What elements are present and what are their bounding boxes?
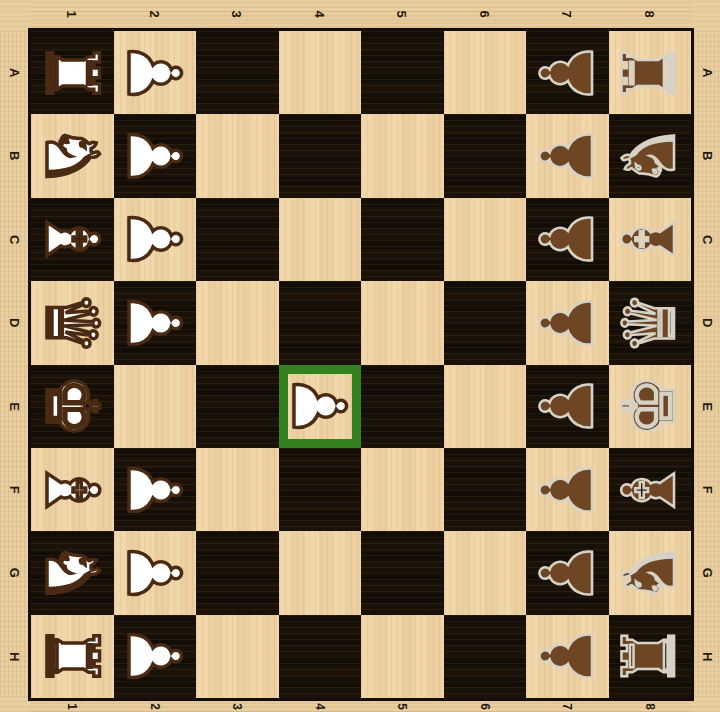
piece-black-bishop-f8[interactable]: ♝ xyxy=(614,457,686,522)
piece-white-knight-g1[interactable]: ♞ xyxy=(36,541,108,606)
piece-white-bishop-c1[interactable]: ♝ xyxy=(36,207,108,272)
piece-black-pawn-d7[interactable]: ♟ xyxy=(531,291,603,356)
square-f2[interactable]: ♟ xyxy=(114,448,197,531)
square-e6[interactable] xyxy=(444,365,527,448)
square-c1[interactable]: ♝ xyxy=(31,198,114,281)
square-e5[interactable] xyxy=(361,365,444,448)
square-e8[interactable]: ♚ xyxy=(609,365,692,448)
square-h3[interactable] xyxy=(196,615,279,698)
piece-white-pawn-e4[interactable]: ♟ xyxy=(284,374,356,439)
chess-app-window: 12345678 12345678 ABCDEFGH ABCDEFGH ♜♟♟♜… xyxy=(0,0,720,712)
piece-white-pawn-f2[interactable]: ♟ xyxy=(119,457,191,522)
piece-white-pawn-g2[interactable]: ♟ xyxy=(119,541,191,606)
square-g4[interactable] xyxy=(279,531,362,614)
square-b4[interactable] xyxy=(279,114,362,197)
square-e7[interactable]: ♟ xyxy=(526,365,609,448)
piece-white-knight-b1[interactable]: ♞ xyxy=(36,124,108,189)
square-f8[interactable]: ♝ xyxy=(609,448,692,531)
piece-black-pawn-c7[interactable]: ♟ xyxy=(531,207,603,272)
chess-board[interactable]: ♜♟♟♜♞♟♟♞♝♟♟♝♛♟♟♛♚♟♟♚♝♟♟♝♞♟♟♞♜♟♟♜ xyxy=(28,28,694,701)
square-d3[interactable] xyxy=(196,281,279,364)
square-g6[interactable] xyxy=(444,531,527,614)
coordinate-strip-top: 12345678 xyxy=(31,0,691,28)
square-b6[interactable] xyxy=(444,114,527,197)
square-e2[interactable] xyxy=(114,365,197,448)
square-h5[interactable] xyxy=(361,615,444,698)
piece-black-queen-d8[interactable]: ♛ xyxy=(614,291,686,356)
square-d6[interactable] xyxy=(444,281,527,364)
square-a2[interactable]: ♟ xyxy=(114,31,197,114)
square-h4[interactable] xyxy=(279,615,362,698)
square-f4[interactable] xyxy=(279,448,362,531)
square-g3[interactable] xyxy=(196,531,279,614)
coordinate-strip-right: ABCDEFGH xyxy=(694,31,720,698)
square-e4[interactable]: ♟ xyxy=(279,365,362,448)
piece-black-rook-h8[interactable]: ♜ xyxy=(614,624,686,689)
piece-white-pawn-b2[interactable]: ♟ xyxy=(119,124,191,189)
square-a8[interactable]: ♜ xyxy=(609,31,692,114)
square-b8[interactable]: ♞ xyxy=(609,114,692,197)
square-a4[interactable] xyxy=(279,31,362,114)
piece-black-king-e8[interactable]: ♚ xyxy=(614,374,686,439)
piece-black-knight-g8[interactable]: ♞ xyxy=(614,541,686,606)
square-b1[interactable]: ♞ xyxy=(31,114,114,197)
square-a1[interactable]: ♜ xyxy=(31,31,114,114)
square-e3[interactable] xyxy=(196,365,279,448)
square-e1[interactable]: ♚ xyxy=(31,365,114,448)
piece-white-queen-d1[interactable]: ♛ xyxy=(36,291,108,356)
coordinate-strip-left: ABCDEFGH xyxy=(0,31,28,698)
piece-black-pawn-f7[interactable]: ♟ xyxy=(531,457,603,522)
square-d1[interactable]: ♛ xyxy=(31,281,114,364)
coordinate-strip-bottom: 12345678 xyxy=(31,701,691,712)
square-a5[interactable] xyxy=(361,31,444,114)
square-d7[interactable]: ♟ xyxy=(526,281,609,364)
square-g7[interactable]: ♟ xyxy=(526,531,609,614)
square-c3[interactable] xyxy=(196,198,279,281)
square-d8[interactable]: ♛ xyxy=(609,281,692,364)
square-d5[interactable] xyxy=(361,281,444,364)
square-c7[interactable]: ♟ xyxy=(526,198,609,281)
square-h7[interactable]: ♟ xyxy=(526,615,609,698)
piece-white-rook-h1[interactable]: ♜ xyxy=(36,624,108,689)
piece-white-pawn-c2[interactable]: ♟ xyxy=(119,207,191,272)
piece-white-pawn-h2[interactable]: ♟ xyxy=(119,624,191,689)
square-d4[interactable] xyxy=(279,281,362,364)
piece-black-bishop-c8[interactable]: ♝ xyxy=(614,207,686,272)
square-f5[interactable] xyxy=(361,448,444,531)
piece-black-pawn-h7[interactable]: ♟ xyxy=(531,624,603,689)
square-c6[interactable] xyxy=(444,198,527,281)
square-b3[interactable] xyxy=(196,114,279,197)
square-h8[interactable]: ♜ xyxy=(609,615,692,698)
square-g1[interactable]: ♞ xyxy=(31,531,114,614)
piece-black-knight-b8[interactable]: ♞ xyxy=(614,124,686,189)
square-a7[interactable]: ♟ xyxy=(526,31,609,114)
square-g2[interactable]: ♟ xyxy=(114,531,197,614)
square-a6[interactable] xyxy=(444,31,527,114)
square-h1[interactable]: ♜ xyxy=(31,615,114,698)
piece-black-pawn-g7[interactable]: ♟ xyxy=(531,541,603,606)
square-c4[interactable] xyxy=(279,198,362,281)
piece-white-pawn-d2[interactable]: ♟ xyxy=(119,291,191,356)
piece-white-bishop-f1[interactable]: ♝ xyxy=(36,457,108,522)
piece-white-pawn-a2[interactable]: ♟ xyxy=(119,40,191,105)
square-c8[interactable]: ♝ xyxy=(609,198,692,281)
square-h6[interactable] xyxy=(444,615,527,698)
piece-black-pawn-a7[interactable]: ♟ xyxy=(531,40,603,105)
square-g8[interactable]: ♞ xyxy=(609,531,692,614)
square-d2[interactable]: ♟ xyxy=(114,281,197,364)
piece-black-pawn-b7[interactable]: ♟ xyxy=(531,124,603,189)
piece-white-king-e1[interactable]: ♚ xyxy=(36,374,108,439)
square-f7[interactable]: ♟ xyxy=(526,448,609,531)
square-h2[interactable]: ♟ xyxy=(114,615,197,698)
square-b7[interactable]: ♟ xyxy=(526,114,609,197)
square-g5[interactable] xyxy=(361,531,444,614)
piece-black-pawn-e7[interactable]: ♟ xyxy=(531,374,603,439)
square-b2[interactable]: ♟ xyxy=(114,114,197,197)
square-f6[interactable] xyxy=(444,448,527,531)
square-f3[interactable] xyxy=(196,448,279,531)
square-c5[interactable] xyxy=(361,198,444,281)
piece-black-rook-a8[interactable]: ♜ xyxy=(614,40,686,105)
square-c2[interactable]: ♟ xyxy=(114,198,197,281)
square-f1[interactable]: ♝ xyxy=(31,448,114,531)
square-b5[interactable] xyxy=(361,114,444,197)
square-a3[interactable] xyxy=(196,31,279,114)
piece-white-rook-a1[interactable]: ♜ xyxy=(36,40,108,105)
